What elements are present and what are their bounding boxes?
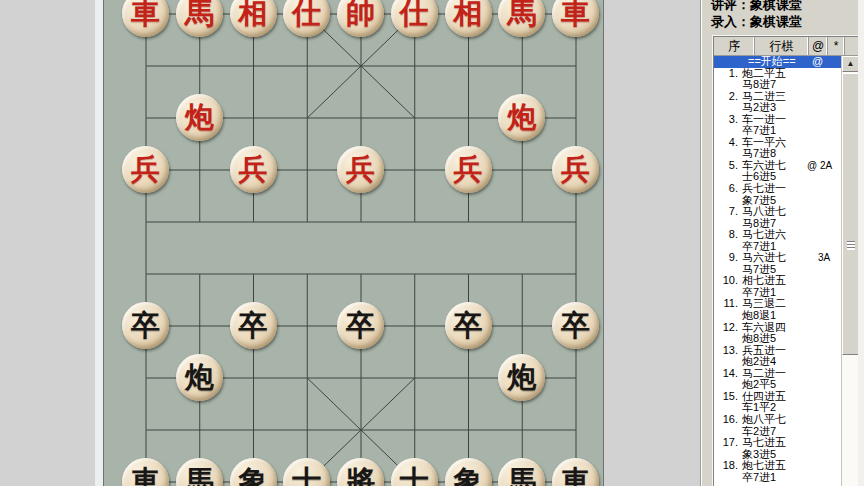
- move-row-red[interactable]: 18.炮七进五: [714, 460, 841, 472]
- move-row-red[interactable]: 3.车一进一: [714, 114, 841, 126]
- move-annotation: 3A: [818, 252, 830, 264]
- move-row-red[interactable]: 6.兵七进一: [714, 183, 841, 195]
- move-record-panel: 讲评：象棋课堂 录入：象棋课堂 序 行棋 @ * ==开始==@1.炮二平五马8…: [700, 0, 864, 486]
- piece-red-炮-r2c7[interactable]: 炮: [498, 94, 545, 141]
- move-row-red[interactable]: 14.马二进一: [714, 368, 841, 380]
- piece-black-炮-r7c7[interactable]: 炮: [498, 354, 545, 401]
- move-row-black[interactable]: 卒7进1: [714, 472, 841, 484]
- move-row-red[interactable]: 2.马二进三: [714, 91, 841, 103]
- move-list-header: 序 行棋 @ *: [714, 37, 860, 56]
- board-left-highlight: [95, 0, 103, 486]
- scrollbar-up-icon[interactable]: ▲: [842, 56, 859, 72]
- move-annotation: @ 2A: [807, 160, 832, 172]
- piece-red-兵-r3c4[interactable]: 兵: [337, 146, 384, 193]
- move-row-black[interactable]: 马2进3: [714, 102, 841, 114]
- move-row-red[interactable]: 17.马七进五: [714, 437, 841, 449]
- move-row-red[interactable]: 10.相七进五: [714, 275, 841, 287]
- move-row-red[interactable]: 13.兵五进一: [714, 345, 841, 357]
- piece-red-兵-r3c6[interactable]: 兵: [445, 146, 492, 193]
- move-row-red[interactable]: 1.炮二平五: [714, 68, 841, 80]
- piece-red-炮-r2c1[interactable]: 炮: [176, 94, 223, 141]
- piece-black-炮-r7c1[interactable]: 炮: [176, 354, 223, 401]
- move-row-red[interactable]: 9.马六进七3A: [714, 252, 841, 264]
- piece-black-卒-r6c4[interactable]: 卒: [337, 302, 384, 349]
- move-row-start[interactable]: ==开始==@: [714, 56, 841, 68]
- move-row-red[interactable]: 7.马八进七: [714, 206, 841, 218]
- move-row-red[interactable]: 16.炮八平七: [714, 414, 841, 426]
- piece-black-卒-r6c2[interactable]: 卒: [230, 302, 277, 349]
- move-row-red[interactable]: 5.车六进七@ 2A: [714, 160, 841, 172]
- column-header-star[interactable]: *: [828, 37, 845, 55]
- move-row-black[interactable]: 炮8进5: [714, 333, 841, 345]
- xiangqi-board[interactable]: 車馬相仕帥仕相馬車炮炮兵兵兵兵兵卒卒卒卒卒炮炮車馬象士將士象馬車: [103, 0, 604, 486]
- panel-right-strip: [858, 0, 864, 486]
- move-row-red[interactable]: 4.车一平六: [714, 137, 841, 149]
- piece-black-卒-r6c6[interactable]: 卒: [445, 302, 492, 349]
- move-row-red[interactable]: 11.马三退二: [714, 298, 841, 310]
- board-grid: [104, 0, 603, 486]
- commentary-label: 讲评：象棋课堂: [711, 0, 802, 14]
- recorder-label: 录入：象棋课堂: [711, 13, 802, 31]
- piece-black-卒-r6c0[interactable]: 卒: [122, 302, 169, 349]
- scrollbar-grip-icon: [847, 241, 855, 250]
- piece-red-兵-r3c8[interactable]: 兵: [552, 146, 599, 193]
- column-header-at[interactable]: @: [809, 37, 828, 55]
- scrollbar-thumb[interactable]: [842, 73, 859, 355]
- move-row-black[interactable]: 炮8退1: [714, 310, 841, 322]
- piece-black-卒-r6c8[interactable]: 卒: [552, 302, 599, 349]
- move-row-black[interactable]: 马8进7: [714, 79, 841, 91]
- move-listview: 序 行棋 @ * ==开始==@1.炮二平五马8进72.马二进三马2进33.车一…: [713, 36, 861, 486]
- column-header-move[interactable]: 行棋: [755, 37, 809, 55]
- move-row-red[interactable]: 15.仕四进五: [714, 391, 841, 403]
- column-header-seq[interactable]: 序: [714, 37, 755, 55]
- piece-red-兵-r3c2[interactable]: 兵: [230, 146, 277, 193]
- move-row-red[interactable]: 12.车六退四: [714, 322, 841, 334]
- move-list[interactable]: ==开始==@1.炮二平五马8进72.马二进三马2进33.车一进一卒7进14.车…: [714, 56, 841, 486]
- piece-red-兵-r3c0[interactable]: 兵: [122, 146, 169, 193]
- move-row-red[interactable]: 8.马七进六: [714, 229, 841, 241]
